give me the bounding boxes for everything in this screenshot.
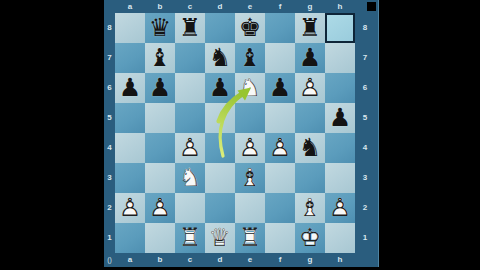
square-c8[interactable]: ♜ — [175, 13, 205, 43]
rank-label-1: 1 — [355, 223, 375, 253]
white-queen-piece: ♛♕ — [205, 223, 235, 253]
square-f8[interactable] — [265, 13, 295, 43]
chess-board-frame: abcdefgh 87654321 87654321 ♛♜♚♜♝♞♝♟♟♟♟♞♘… — [104, 0, 379, 267]
square-e7[interactable]: ♝ — [235, 43, 265, 73]
square-b8[interactable]: ♛ — [145, 13, 175, 43]
square-b4[interactable] — [145, 133, 175, 163]
square-a6[interactable]: ♟ — [115, 73, 145, 103]
square-c3[interactable]: ♞♘ — [175, 163, 205, 193]
corner-square-icon[interactable] — [367, 2, 376, 11]
square-g1[interactable]: ♚♔ — [295, 223, 325, 253]
white-pawn-outline: ♙ — [145, 193, 175, 223]
file-label-e: e — [235, 253, 265, 267]
file-label-d: d — [205, 253, 235, 267]
white-knight-outline: ♘ — [175, 163, 205, 193]
square-h3[interactable] — [325, 163, 355, 193]
file-label-c: c — [175, 0, 205, 13]
square-e8[interactable]: ♚ — [235, 13, 265, 43]
square-d4[interactable] — [205, 133, 235, 163]
square-h6[interactable] — [325, 73, 355, 103]
file-label-a: a — [115, 0, 145, 13]
rank-label-5: 5 — [355, 103, 375, 133]
square-h7[interactable] — [325, 43, 355, 73]
file-label-f: f — [265, 0, 295, 13]
file-label-b: b — [145, 253, 175, 267]
file-label-g: g — [295, 253, 325, 267]
square-h4[interactable] — [325, 133, 355, 163]
square-h5[interactable]: ♟ — [325, 103, 355, 133]
white-pawn-outline: ♙ — [265, 133, 295, 163]
square-e2[interactable] — [235, 193, 265, 223]
app-background: abcdefgh 87654321 87654321 ♛♜♚♜♝♞♝♟♟♟♟♞♘… — [0, 0, 480, 270]
square-c1[interactable]: ♜♖ — [175, 223, 205, 253]
square-b1[interactable] — [145, 223, 175, 253]
white-rook-piece: ♜♖ — [175, 223, 205, 253]
white-king-outline: ♔ — [295, 223, 325, 253]
white-pawn-piece: ♟♙ — [115, 193, 145, 223]
square-a5[interactable] — [115, 103, 145, 133]
white-bishop-piece: ♝♗ — [235, 163, 265, 193]
rank-label-1: 1 — [104, 223, 115, 253]
rank-label-6: 6 — [104, 73, 115, 103]
square-d3[interactable] — [205, 163, 235, 193]
rank-label-3: 3 — [355, 163, 375, 193]
white-pawn-piece: ♟♙ — [265, 133, 295, 163]
file-label-a: a — [115, 253, 145, 267]
corner-parentheses-icon: () — [104, 253, 115, 267]
black-bishop-piece: ♝ — [235, 43, 265, 73]
black-pawn-piece: ♟ — [295, 43, 325, 73]
black-bishop-piece: ♝ — [145, 43, 175, 73]
square-h8[interactable] — [325, 13, 355, 43]
white-pawn-outline: ♙ — [115, 193, 145, 223]
white-rook-outline: ♖ — [235, 223, 265, 253]
square-g5[interactable] — [295, 103, 325, 133]
square-g8[interactable]: ♜ — [295, 13, 325, 43]
white-bishop-piece: ♝♗ — [295, 193, 325, 223]
black-pawn-piece: ♟ — [205, 73, 235, 103]
square-c5[interactable] — [175, 103, 205, 133]
square-c6[interactable] — [175, 73, 205, 103]
square-h1[interactable] — [325, 223, 355, 253]
rank-labels-left: 87654321 — [104, 13, 115, 253]
square-e1[interactable]: ♜♖ — [235, 223, 265, 253]
square-h2[interactable]: ♟♙ — [325, 193, 355, 223]
black-queen-piece: ♛ — [145, 13, 175, 43]
file-labels-top: abcdefgh — [115, 0, 355, 13]
white-pawn-piece: ♟♙ — [235, 133, 265, 163]
square-e4[interactable]: ♟♙ — [235, 133, 265, 163]
square-g6[interactable]: ♟♙ — [295, 73, 325, 103]
white-pawn-piece: ♟♙ — [175, 133, 205, 163]
white-king-piece: ♚♔ — [295, 223, 325, 253]
square-d7[interactable]: ♞ — [205, 43, 235, 73]
square-g4[interactable]: ♞ — [295, 133, 325, 163]
square-a4[interactable] — [115, 133, 145, 163]
file-label-g: g — [295, 0, 325, 13]
square-f3[interactable] — [265, 163, 295, 193]
square-f2[interactable] — [265, 193, 295, 223]
rank-label-2: 2 — [355, 193, 375, 223]
square-a7[interactable] — [115, 43, 145, 73]
square-d5[interactable] — [205, 103, 235, 133]
square-f4[interactable]: ♟♙ — [265, 133, 295, 163]
square-e5[interactable] — [235, 103, 265, 133]
file-label-f: f — [265, 253, 295, 267]
square-d8[interactable] — [205, 13, 235, 43]
white-knight-piece: ♞♘ — [175, 163, 205, 193]
white-queen-outline: ♕ — [205, 223, 235, 253]
black-pawn-piece: ♟ — [115, 73, 145, 103]
file-label-h: h — [325, 0, 355, 13]
file-label-b: b — [145, 0, 175, 13]
square-c7[interactable] — [175, 43, 205, 73]
black-rook-piece: ♜ — [295, 13, 325, 43]
rank-label-4: 4 — [104, 133, 115, 163]
file-label-c: c — [175, 253, 205, 267]
chess-board: ♛♜♚♜♝♞♝♟♟♟♟♞♘♟♟♙♟♟♙♟♙♟♙♞♞♘♝♗♟♙♟♙♝♗♟♙♜♖♛♕… — [115, 13, 355, 253]
square-a1[interactable] — [115, 223, 145, 253]
square-g2[interactable]: ♝♗ — [295, 193, 325, 223]
square-c4[interactable]: ♟♙ — [175, 133, 205, 163]
white-rook-outline: ♖ — [175, 223, 205, 253]
square-a2[interactable]: ♟♙ — [115, 193, 145, 223]
square-f7[interactable] — [265, 43, 295, 73]
rank-label-2: 2 — [104, 193, 115, 223]
rank-label-3: 3 — [104, 163, 115, 193]
rank-labels-right: 87654321 — [355, 13, 375, 253]
rank-label-4: 4 — [355, 133, 375, 163]
file-label-e: e — [235, 0, 265, 13]
square-c2[interactable] — [175, 193, 205, 223]
rank-label-7: 7 — [104, 43, 115, 73]
square-b3[interactable] — [145, 163, 175, 193]
square-a8[interactable] — [115, 13, 145, 43]
white-pawn-outline: ♙ — [325, 193, 355, 223]
square-e6[interactable]: ♞♘ — [235, 73, 265, 103]
black-pawn-piece: ♟ — [145, 73, 175, 103]
square-e3[interactable]: ♝♗ — [235, 163, 265, 193]
white-knight-piece: ♞♘ — [235, 73, 265, 103]
square-b2[interactable]: ♟♙ — [145, 193, 175, 223]
black-knight-piece: ♞ — [205, 43, 235, 73]
square-g7[interactable]: ♟ — [295, 43, 325, 73]
square-b5[interactable] — [145, 103, 175, 133]
white-pawn-outline: ♙ — [235, 133, 265, 163]
file-labels-bottom: abcdefgh — [115, 253, 355, 267]
file-label-d: d — [205, 0, 235, 13]
rank-label-8: 8 — [355, 13, 375, 43]
white-pawn-outline: ♙ — [295, 73, 325, 103]
square-b7[interactable]: ♝ — [145, 43, 175, 73]
rank-label-5: 5 — [104, 103, 115, 133]
white-pawn-outline: ♙ — [175, 133, 205, 163]
white-bishop-outline: ♗ — [235, 163, 265, 193]
square-f1[interactable] — [265, 223, 295, 253]
black-rook-piece: ♜ — [175, 13, 205, 43]
square-f6[interactable]: ♟ — [265, 73, 295, 103]
white-bishop-outline: ♗ — [295, 193, 325, 223]
white-knight-outline: ♘ — [235, 73, 265, 103]
white-pawn-piece: ♟♙ — [145, 193, 175, 223]
square-d2[interactable] — [205, 193, 235, 223]
square-f5[interactable] — [265, 103, 295, 133]
black-pawn-piece: ♟ — [325, 103, 355, 133]
white-rook-piece: ♜♖ — [235, 223, 265, 253]
rank-label-7: 7 — [355, 43, 375, 73]
square-d6[interactable]: ♟ — [205, 73, 235, 103]
square-a3[interactable] — [115, 163, 145, 193]
white-pawn-piece: ♟♙ — [295, 73, 325, 103]
file-label-h: h — [325, 253, 355, 267]
square-g3[interactable] — [295, 163, 325, 193]
black-king-piece: ♚ — [235, 13, 265, 43]
black-knight-piece: ♞ — [295, 133, 325, 163]
black-pawn-piece: ♟ — [265, 73, 295, 103]
rank-label-6: 6 — [355, 73, 375, 103]
square-b6[interactable]: ♟ — [145, 73, 175, 103]
square-d1[interactable]: ♛♕ — [205, 223, 235, 253]
rank-label-8: 8 — [104, 13, 115, 43]
white-pawn-piece: ♟♙ — [325, 193, 355, 223]
